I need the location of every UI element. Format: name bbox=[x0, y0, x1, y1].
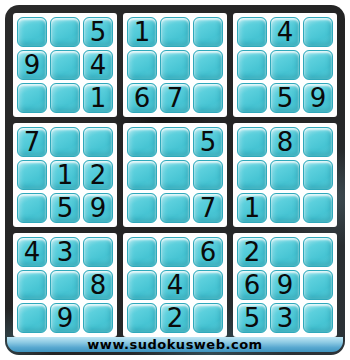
cell-r3c3[interactable]: 1 bbox=[83, 83, 113, 113]
cell-r6c5[interactable] bbox=[160, 193, 190, 223]
cell-r4c4[interactable] bbox=[127, 127, 157, 157]
cell-r7c8[interactable] bbox=[270, 237, 300, 267]
cell-r8c6[interactable] bbox=[193, 270, 223, 300]
cell-r7c3[interactable] bbox=[83, 237, 113, 267]
cell-r7c4[interactable] bbox=[127, 237, 157, 267]
cell-r9c9[interactable] bbox=[303, 303, 333, 333]
box-2-3: 81 bbox=[233, 123, 337, 227]
cell-r1c1[interactable] bbox=[17, 17, 47, 47]
cell-r7c7[interactable]: 2 bbox=[237, 237, 267, 267]
cell-r3c6[interactable] bbox=[193, 83, 223, 113]
cell-r5c2[interactable]: 1 bbox=[50, 160, 80, 190]
cell-r1c4[interactable]: 1 bbox=[127, 17, 157, 47]
cell-r9c6[interactable] bbox=[193, 303, 223, 333]
cell-r7c9[interactable] bbox=[303, 237, 333, 267]
cell-r3c8[interactable]: 5 bbox=[270, 83, 300, 113]
cell-r3c2[interactable] bbox=[50, 83, 80, 113]
box-2-2: 57 bbox=[123, 123, 227, 227]
box-1-2: 167 bbox=[123, 13, 227, 117]
cell-r1c2[interactable] bbox=[50, 17, 80, 47]
cell-r7c1[interactable]: 4 bbox=[17, 237, 47, 267]
cell-r5c4[interactable] bbox=[127, 160, 157, 190]
cell-r7c5[interactable] bbox=[160, 237, 190, 267]
cell-r4c2[interactable] bbox=[50, 127, 80, 157]
cell-r5c5[interactable] bbox=[160, 160, 190, 190]
cell-r8c2[interactable] bbox=[50, 270, 80, 300]
cell-r2c1[interactable]: 9 bbox=[17, 50, 47, 80]
cell-r5c7[interactable] bbox=[237, 160, 267, 190]
cell-r1c9[interactable] bbox=[303, 17, 333, 47]
cell-r2c5[interactable] bbox=[160, 50, 190, 80]
cell-r8c8[interactable]: 9 bbox=[270, 270, 300, 300]
cell-r1c6[interactable] bbox=[193, 17, 223, 47]
box-1-3: 459 bbox=[233, 13, 337, 117]
cell-r9c8[interactable]: 3 bbox=[270, 303, 300, 333]
cell-r8c5[interactable]: 4 bbox=[160, 270, 190, 300]
box-3-2: 642 bbox=[123, 233, 227, 337]
sudoku-panel: 5941167459712595781438964226953 www.sudo… bbox=[5, 5, 345, 355]
cell-r3c1[interactable] bbox=[17, 83, 47, 113]
cell-r8c3[interactable]: 8 bbox=[83, 270, 113, 300]
cell-r7c2[interactable]: 3 bbox=[50, 237, 80, 267]
cell-r3c7[interactable] bbox=[237, 83, 267, 113]
box-2-1: 71259 bbox=[13, 123, 117, 227]
cell-r2c4[interactable] bbox=[127, 50, 157, 80]
cell-r2c2[interactable] bbox=[50, 50, 80, 80]
cell-r2c3[interactable]: 4 bbox=[83, 50, 113, 80]
cell-r3c5[interactable]: 7 bbox=[160, 83, 190, 113]
cell-r8c7[interactable]: 6 bbox=[237, 270, 267, 300]
cell-r6c7[interactable]: 1 bbox=[237, 193, 267, 223]
cell-r4c1[interactable]: 7 bbox=[17, 127, 47, 157]
cell-r4c8[interactable]: 8 bbox=[270, 127, 300, 157]
cell-r2c6[interactable] bbox=[193, 50, 223, 80]
cell-r9c2[interactable]: 9 bbox=[50, 303, 80, 333]
cell-r6c8[interactable] bbox=[270, 193, 300, 223]
cell-r1c5[interactable] bbox=[160, 17, 190, 47]
cell-r5c9[interactable] bbox=[303, 160, 333, 190]
cell-r5c8[interactable] bbox=[270, 160, 300, 190]
box-1-1: 5941 bbox=[13, 13, 117, 117]
cell-r8c4[interactable] bbox=[127, 270, 157, 300]
cell-r6c2[interactable]: 5 bbox=[50, 193, 80, 223]
cell-r4c3[interactable] bbox=[83, 127, 113, 157]
cell-r9c7[interactable]: 5 bbox=[237, 303, 267, 333]
cell-r8c1[interactable] bbox=[17, 270, 47, 300]
cell-r9c5[interactable]: 2 bbox=[160, 303, 190, 333]
cell-r9c4[interactable] bbox=[127, 303, 157, 333]
cell-r3c4[interactable]: 6 bbox=[127, 83, 157, 113]
cell-r4c7[interactable] bbox=[237, 127, 267, 157]
box-3-3: 26953 bbox=[233, 233, 337, 337]
cell-r9c3[interactable] bbox=[83, 303, 113, 333]
sudoku-board: 5941167459712595781438964226953 bbox=[5, 5, 345, 337]
cell-r5c3[interactable]: 2 bbox=[83, 160, 113, 190]
cell-r1c8[interactable]: 4 bbox=[270, 17, 300, 47]
cell-r5c1[interactable] bbox=[17, 160, 47, 190]
cell-r8c9[interactable] bbox=[303, 270, 333, 300]
cell-r7c6[interactable]: 6 bbox=[193, 237, 223, 267]
cell-r3c9[interactable]: 9 bbox=[303, 83, 333, 113]
cell-r2c9[interactable] bbox=[303, 50, 333, 80]
cell-r6c9[interactable] bbox=[303, 193, 333, 223]
cell-r2c8[interactable] bbox=[270, 50, 300, 80]
cell-r6c6[interactable]: 7 bbox=[193, 193, 223, 223]
cell-r6c1[interactable] bbox=[17, 193, 47, 223]
cell-r5c6[interactable] bbox=[193, 160, 223, 190]
cell-r4c9[interactable] bbox=[303, 127, 333, 157]
cell-r1c7[interactable] bbox=[237, 17, 267, 47]
site-url-link[interactable]: www.sudokusweb.com bbox=[7, 337, 343, 352]
cell-r6c3[interactable]: 9 bbox=[83, 193, 113, 223]
cell-r4c5[interactable] bbox=[160, 127, 190, 157]
box-3-1: 4389 bbox=[13, 233, 117, 337]
cell-r4c6[interactable]: 5 bbox=[193, 127, 223, 157]
cell-r9c1[interactable] bbox=[17, 303, 47, 333]
cell-r1c3[interactable]: 5 bbox=[83, 17, 113, 47]
cell-r2c7[interactable] bbox=[237, 50, 267, 80]
cell-r6c4[interactable] bbox=[127, 193, 157, 223]
